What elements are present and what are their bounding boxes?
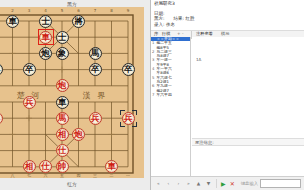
nav-button[interactable]: ▼ [204,178,213,189]
piece-black-車[interactable]: 車 [6,15,19,28]
piece-black-士[interactable]: 士 [56,31,69,44]
selection-corner [120,122,125,127]
keyboard-input-label: 键盘输入 [241,181,259,186]
file-label: 九 [0,173,1,178]
right-panel: 棋局研究3 日期: 黑方: 结果: 红胜 录入: 佚名 序 行棋 + - 注释变… [150,0,304,190]
piece-black-卒[interactable]: 卒 [89,63,102,76]
file-label: 3 [24,8,34,13]
piece-red-車[interactable]: 車 [39,31,52,44]
move-row[interactable]: 7车六平四 [151,93,190,97]
file-label: 7 [90,8,100,13]
selection-corner [120,110,125,115]
footnote-area[interactable] [192,146,304,176]
variation-marker: 1A [196,57,201,62]
nav-button[interactable]: » [184,178,193,189]
file-label: 七 [24,173,34,178]
piece-red-馬[interactable]: 馬 [56,112,69,125]
piece-red-帥[interactable]: 帥 [56,160,69,173]
nav-button[interactable]: ‹ [164,178,173,189]
file-label: 5 [57,8,67,13]
toolbar-separator [216,179,217,188]
piece-black-士[interactable]: 士 [39,15,52,28]
board-grid: 楚 河漢 界 [0,7,144,178]
selection-corner [132,122,137,127]
piece-black-卒[interactable]: 卒 [23,63,36,76]
file-label: 8 [107,8,117,13]
piece-red-炮[interactable]: 炮 [56,79,69,92]
file-label: 1 [0,8,1,13]
annotation-area[interactable]: 1A [192,37,304,138]
file-label: 六 [41,173,51,178]
file-label: 9 [123,8,133,13]
piece-red-仕[interactable]: 仕 [56,144,69,157]
file-label: 二 [107,173,117,178]
move-list[interactable]: ＝＝开始＝＝1炮二平五炮8平52马二进三马8进73车一进一车9平84车一平六车8… [151,37,191,176]
move-text: 车六平四 [157,92,172,97]
selection-corner [132,110,137,115]
game-recorder: 录入: 佚名 [154,22,301,28]
piece-black-車[interactable]: 車 [56,96,69,109]
footnote-label: 尾注信息: [192,138,304,146]
file-label: 三 [90,173,100,178]
file-label: 五 [57,173,67,178]
file-label: 6 [74,8,84,13]
piece-red-炮[interactable]: 炮 [72,128,85,141]
xiangqi-board[interactable]: 楚 河漢 界 123456789九八七六五四三二一車士將車士炮象馬卒卒卒卒炮兵車… [0,7,144,178]
keyboard-input-field[interactable] [260,179,301,188]
file-label: 一 [123,173,133,178]
piece-black-馬[interactable]: 馬 [89,47,102,60]
piece-red-兵[interactable]: 兵 [89,112,102,125]
piece-black-卒[interactable]: 卒 [122,63,135,76]
game-info: 棋局研究3 日期: 黑方: 结果: 红胜 录入: 佚名 [151,0,304,30]
xiangqi-app-window: 黑方 楚 河漢 界 123456789九八七六五四三二一車士將車士炮象馬卒卒卒卒… [0,0,304,190]
board-panel: 黑方 楚 河漢 界 123456789九八七六五四三二一車士將車士炮象馬卒卒卒卒… [0,0,150,190]
nav-button[interactable]: › [174,178,183,189]
piece-red-相[interactable]: 相 [56,128,69,141]
bottom-toolbar: «‹›»▲▼ ▶ ✕ 键盘输入 [151,176,304,190]
play-icon[interactable]: ▶ [221,180,226,187]
red-side-label: 红方 [0,181,144,187]
file-label: 4 [41,8,51,13]
file-label: 四 [74,173,84,178]
close-icon[interactable]: ✕ [230,180,235,187]
nav-button[interactable]: « [154,178,163,189]
nav-buttons: «‹›»▲▼ [154,178,214,189]
svg-text:漢 界: 漢 界 [83,91,108,100]
piece-red-相[interactable]: 相 [23,160,36,173]
piece-black-象[interactable]: 象 [56,47,69,60]
piece-black-將[interactable]: 將 [72,15,85,28]
file-label: 八 [8,173,18,178]
nav-button[interactable]: ▲ [194,178,203,189]
piece-black-炮[interactable]: 炮 [39,47,52,60]
file-label: 2 [8,8,18,13]
piece-red-兵[interactable]: 兵 [23,96,36,109]
